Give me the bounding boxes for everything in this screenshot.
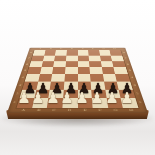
- square-d5[interactable]: [65, 67, 78, 74]
- piece-white-pawn-b1[interactable]: ♟: [31, 91, 44, 106]
- file-label-g: G: [113, 109, 117, 112]
- rank-label-2: 2: [136, 93, 139, 95]
- piece-white-pawn-g1[interactable]: ♟: [105, 91, 118, 106]
- file-label-e: E: [83, 109, 86, 112]
- photo-stage: ABCDEFGH ABCDEFGH 87654321 87654321 ♟♟♟♟…: [0, 0, 155, 155]
- piece-white-pawn-e1[interactable]: ♟: [75, 91, 88, 106]
- rank-label-5: 5: [24, 70, 27, 72]
- rank-label-3: 3: [133, 84, 136, 86]
- rank-label-6: 6: [127, 63, 130, 65]
- file-label-d: D: [68, 109, 72, 112]
- rank-label-7: 7: [28, 58, 31, 60]
- rank-label-7: 7: [125, 58, 128, 60]
- file-labels-bottom: ABCDEFGH: [15, 108, 140, 113]
- file-label-f: F: [98, 109, 101, 112]
- square-f5[interactable]: [90, 67, 103, 74]
- rank-label-4: 4: [131, 77, 134, 79]
- piece-white-pawn-a1[interactable]: ♟: [17, 91, 30, 106]
- square-c5[interactable]: [52, 67, 65, 74]
- file-label-c: C: [52, 109, 56, 112]
- piece-white-pawn-h1[interactable]: ♟: [120, 91, 133, 106]
- piece-white-pawn-c1[interactable]: ♟: [46, 91, 59, 106]
- square-h5[interactable]: [114, 67, 128, 74]
- file-label-a: A: [21, 109, 25, 112]
- file-label-h: H: [129, 109, 134, 112]
- rank-label-6: 6: [26, 63, 29, 65]
- rank-label-5: 5: [129, 70, 132, 72]
- square-b5[interactable]: [40, 67, 54, 74]
- rank-label-1: 1: [12, 102, 16, 105]
- square-e5[interactable]: [78, 67, 91, 74]
- file-label-b: B: [37, 109, 41, 112]
- rank-label-1: 1: [139, 102, 143, 105]
- rank-label-4: 4: [21, 77, 24, 79]
- piece-white-pawn-f1[interactable]: ♟: [90, 91, 103, 106]
- rank-label-3: 3: [19, 84, 22, 86]
- piece-white-pawn-d1[interactable]: ♟: [60, 91, 73, 106]
- rank-label-8: 8: [30, 52, 32, 53]
- rank-label-8: 8: [123, 52, 125, 53]
